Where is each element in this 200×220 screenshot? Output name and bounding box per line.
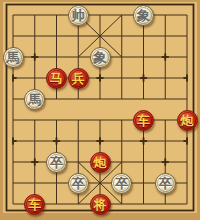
piece-ivory-soldier[interactable]: 卒: [155, 173, 176, 194]
piece-red-chariot[interactable]: 车: [24, 194, 45, 215]
piece-ivory-elephant[interactable]: 象: [133, 5, 154, 26]
piece-ivory-general[interactable]: 帅: [68, 5, 89, 26]
piece-ivory-horse[interactable]: 馬: [3, 47, 24, 68]
piece-ivory-soldier[interactable]: 卒: [46, 152, 67, 173]
piece-red-cannon[interactable]: 炮: [90, 152, 111, 173]
piece-red-chariot[interactable]: 车: [133, 110, 154, 131]
piece-ivory-elephant[interactable]: 象: [90, 47, 111, 68]
xiangqi-board: 帅象馬象马兵馬车炮卒炮卒卒卒车将: [0, 0, 200, 220]
piece-ivory-soldier[interactable]: 卒: [111, 173, 132, 194]
piece-red-general[interactable]: 将: [90, 194, 111, 215]
piece-red-soldier[interactable]: 兵: [68, 68, 89, 89]
piece-ivory-horse[interactable]: 馬: [24, 89, 45, 110]
piece-ivory-soldier[interactable]: 卒: [68, 173, 89, 194]
piece-layer: 帅象馬象马兵馬车炮卒炮卒卒卒车将: [0, 0, 200, 220]
piece-red-cannon[interactable]: 炮: [177, 110, 198, 131]
piece-red-horse[interactable]: 马: [46, 68, 67, 89]
